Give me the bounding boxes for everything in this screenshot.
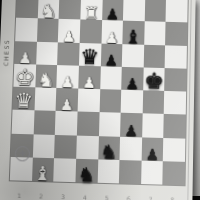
square-g8[interactable] <box>144 0 166 22</box>
file-label-7: 7 <box>139 195 161 200</box>
square-d1[interactable]: ♞ <box>75 159 97 183</box>
square-d6[interactable]: ♛ <box>79 42 101 66</box>
chess-board: CHESS ♞♜♟♟♟♝♟♛♟♚♞♟♟♟♚♛♟♟♞♟♝♞ ✛ 12345678 <box>0 0 196 200</box>
square-d5[interactable]: ♟ <box>78 65 100 89</box>
square-f8[interactable] <box>123 0 145 21</box>
square-d4[interactable] <box>77 89 99 113</box>
square-b3[interactable] <box>33 111 55 135</box>
square-g5[interactable]: ♚ <box>143 67 165 91</box>
square-g2[interactable]: ♟ <box>141 137 163 161</box>
board-grid: ♞♜♟♟♟♝♟♛♟♚♞♟♟♟♚♛♟♟♞♟♝♞ <box>9 0 189 186</box>
square-f4[interactable] <box>121 90 143 114</box>
square-b6[interactable] <box>36 41 58 65</box>
white-bishop-b1[interactable]: ♝ <box>34 164 52 184</box>
square-e1[interactable] <box>97 159 119 183</box>
square-h4[interactable] <box>164 91 186 115</box>
square-c1[interactable] <box>53 158 76 182</box>
square-h5[interactable] <box>165 68 187 92</box>
square-c4[interactable]: ♟ <box>56 88 78 112</box>
square-f1[interactable] <box>119 160 141 184</box>
square-c2[interactable] <box>54 134 76 158</box>
square-e3[interactable] <box>98 112 120 136</box>
file-label-5: 5 <box>96 194 118 200</box>
square-h2[interactable] <box>163 138 185 162</box>
file-label-1: 1 <box>8 192 30 200</box>
square-h7[interactable] <box>165 22 187 45</box>
square-e4[interactable] <box>99 89 121 113</box>
square-g7[interactable] <box>144 21 166 44</box>
square-f5[interactable]: ♟ <box>121 67 143 91</box>
square-f2[interactable] <box>120 136 142 160</box>
square-e6[interactable]: ♟ <box>100 43 122 67</box>
square-f6[interactable] <box>122 44 144 68</box>
file-label-8: 8 <box>161 196 183 200</box>
square-g6[interactable] <box>143 44 165 68</box>
square-h1[interactable] <box>163 161 185 185</box>
square-b2[interactable] <box>32 134 55 158</box>
square-b8[interactable]: ♞ <box>37 0 59 19</box>
file-label-4: 4 <box>74 193 96 200</box>
square-a8[interactable] <box>16 0 38 18</box>
square-d3[interactable] <box>77 112 99 136</box>
square-d8[interactable]: ♜ <box>80 0 102 20</box>
square-b5[interactable]: ♞ <box>35 64 57 88</box>
square-e5[interactable] <box>100 66 122 90</box>
square-f7[interactable]: ♝ <box>122 21 144 44</box>
square-b7[interactable] <box>37 18 59 41</box>
file-label-3: 3 <box>52 193 74 200</box>
square-b1[interactable]: ♝ <box>32 157 55 181</box>
square-c5[interactable]: ♟ <box>57 65 79 89</box>
photo-scene: CHESS ♞♜♟♟♟♝♟♛♟♚♞♟♟♟♚♛♟♟♞♟♝♞ ✛ 12345678 <box>0 0 200 200</box>
square-c8[interactable] <box>59 0 81 20</box>
square-f3[interactable]: ♟ <box>120 113 142 137</box>
square-c3[interactable] <box>55 111 77 135</box>
square-g1[interactable] <box>141 160 163 184</box>
square-e8[interactable]: ♟ <box>102 0 124 21</box>
square-d2[interactable] <box>76 135 98 159</box>
square-e2[interactable]: ♞ <box>98 136 120 160</box>
square-a6[interactable]: ♟ <box>14 41 36 65</box>
board-brand-text: CHESS <box>2 39 10 66</box>
square-b4[interactable] <box>34 87 56 111</box>
square-h6[interactable] <box>165 45 187 69</box>
square-a3[interactable] <box>12 110 35 134</box>
square-a7[interactable] <box>15 18 37 41</box>
square-g4[interactable] <box>142 90 164 114</box>
square-e7[interactable]: ♟ <box>101 20 123 43</box>
square-c6[interactable] <box>57 42 79 66</box>
square-a4[interactable]: ♛ <box>13 87 35 111</box>
file-labels: 12345678 <box>8 192 183 200</box>
square-c7[interactable]: ♟ <box>58 19 80 42</box>
square-d7[interactable] <box>80 20 102 43</box>
square-g3[interactable] <box>142 114 164 138</box>
square-h3[interactable] <box>164 114 186 138</box>
file-label-2: 2 <box>30 192 52 200</box>
square-a5[interactable]: ♚ <box>13 64 35 88</box>
square-h8[interactable] <box>166 0 188 23</box>
file-label-6: 6 <box>118 195 140 200</box>
black-knight-d1[interactable]: ♞ <box>78 165 96 185</box>
